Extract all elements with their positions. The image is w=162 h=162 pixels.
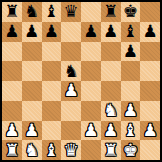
square-e6[interactable] (81, 42, 101, 62)
square-h6[interactable] (140, 42, 160, 62)
square-d8[interactable]: ♛ (61, 2, 81, 22)
square-g3[interactable]: ♟ (121, 101, 141, 121)
square-e1[interactable] (81, 140, 101, 160)
square-g4[interactable] (121, 81, 141, 101)
square-c3[interactable] (42, 101, 62, 121)
piece-white-pawn[interactable]: ♟ (64, 82, 79, 99)
square-d7[interactable] (61, 22, 81, 42)
piece-white-king[interactable]: ♚ (123, 141, 138, 158)
square-a2[interactable]: ♟ (2, 121, 22, 141)
square-a7[interactable]: ♟ (2, 22, 22, 42)
piece-white-queen[interactable]: ♛ (64, 141, 79, 158)
square-a4[interactable] (2, 81, 22, 101)
square-f1[interactable]: ♜ (101, 140, 121, 160)
square-b6[interactable] (22, 42, 42, 62)
piece-black-rook[interactable]: ♜ (103, 3, 118, 20)
square-g5[interactable] (121, 61, 141, 81)
piece-black-pawn[interactable]: ♟ (44, 23, 59, 40)
square-b8[interactable]: ♞ (22, 2, 42, 22)
square-d5[interactable]: ♞ (61, 61, 81, 81)
chess-board: ♜♞♝♛♜♚♟♟♟♟♟♝♟♟♞♟♞♟♟♟♟♟♝♟♜♞♝♛♜♚ (0, 0, 162, 162)
square-h2[interactable]: ♟ (140, 121, 160, 141)
piece-black-pawn[interactable]: ♟ (123, 42, 138, 59)
square-h4[interactable] (140, 81, 160, 101)
piece-black-pawn[interactable]: ♟ (4, 23, 19, 40)
square-a8[interactable]: ♜ (2, 2, 22, 22)
piece-white-rook[interactable]: ♜ (103, 141, 118, 158)
square-c5[interactable] (42, 61, 62, 81)
piece-black-pawn[interactable]: ♟ (143, 23, 158, 40)
square-b3[interactable] (22, 101, 42, 121)
square-e7[interactable]: ♟ (81, 22, 101, 42)
square-g8[interactable]: ♚ (121, 2, 141, 22)
piece-black-pawn[interactable]: ♟ (103, 23, 118, 40)
piece-white-pawn[interactable]: ♟ (24, 121, 39, 138)
square-b7[interactable]: ♟ (22, 22, 42, 42)
square-e4[interactable] (81, 81, 101, 101)
square-f5[interactable] (101, 61, 121, 81)
square-c1[interactable]: ♝ (42, 140, 62, 160)
square-g6[interactable]: ♟ (121, 42, 141, 62)
square-h1[interactable] (140, 140, 160, 160)
square-g1[interactable]: ♚ (121, 140, 141, 160)
piece-white-knight[interactable]: ♞ (103, 102, 118, 119)
square-e2[interactable]: ♟ (81, 121, 101, 141)
square-a6[interactable] (2, 42, 22, 62)
square-d3[interactable] (61, 101, 81, 121)
square-f6[interactable] (101, 42, 121, 62)
piece-black-rook[interactable]: ♜ (4, 3, 19, 20)
piece-black-king[interactable]: ♚ (123, 3, 138, 20)
square-g2[interactable]: ♝ (121, 121, 141, 141)
piece-black-queen[interactable]: ♛ (64, 3, 79, 20)
piece-white-pawn[interactable]: ♟ (83, 121, 98, 138)
square-f3[interactable]: ♞ (101, 101, 121, 121)
piece-black-pawn[interactable]: ♟ (83, 23, 98, 40)
square-d4[interactable]: ♟ (61, 81, 81, 101)
square-c4[interactable] (42, 81, 62, 101)
square-c2[interactable] (42, 121, 62, 141)
square-f7[interactable]: ♟ (101, 22, 121, 42)
square-b1[interactable]: ♞ (22, 140, 42, 160)
square-a3[interactable] (2, 101, 22, 121)
piece-white-knight[interactable]: ♞ (24, 141, 39, 158)
piece-white-pawn[interactable]: ♟ (123, 102, 138, 119)
square-e5[interactable] (81, 61, 101, 81)
square-b4[interactable] (22, 81, 42, 101)
square-d2[interactable] (61, 121, 81, 141)
square-h8[interactable] (140, 2, 160, 22)
piece-black-bishop[interactable]: ♝ (44, 3, 59, 20)
piece-white-pawn[interactable]: ♟ (103, 121, 118, 138)
square-f4[interactable] (101, 81, 121, 101)
square-e3[interactable] (81, 101, 101, 121)
piece-black-pawn[interactable]: ♟ (24, 23, 39, 40)
piece-black-knight[interactable]: ♞ (64, 62, 79, 79)
piece-white-bishop[interactable]: ♝ (123, 121, 138, 138)
square-d1[interactable]: ♛ (61, 140, 81, 160)
piece-white-pawn[interactable]: ♟ (143, 121, 158, 138)
square-h7[interactable]: ♟ (140, 22, 160, 42)
square-a5[interactable] (2, 61, 22, 81)
square-c8[interactable]: ♝ (42, 2, 62, 22)
square-e8[interactable] (81, 2, 101, 22)
piece-black-knight[interactable]: ♞ (24, 3, 39, 20)
square-f8[interactable]: ♜ (101, 2, 121, 22)
square-h3[interactable] (140, 101, 160, 121)
square-h5[interactable] (140, 61, 160, 81)
square-c7[interactable]: ♟ (42, 22, 62, 42)
square-b2[interactable]: ♟ (22, 121, 42, 141)
square-a1[interactable]: ♜ (2, 140, 22, 160)
piece-white-pawn[interactable]: ♟ (4, 121, 19, 138)
piece-white-bishop[interactable]: ♝ (44, 141, 59, 158)
square-d6[interactable] (61, 42, 81, 62)
square-g7[interactable]: ♝ (121, 22, 141, 42)
piece-black-bishop[interactable]: ♝ (123, 23, 138, 40)
square-b5[interactable] (22, 61, 42, 81)
square-c6[interactable] (42, 42, 62, 62)
piece-white-rook[interactable]: ♜ (4, 141, 19, 158)
square-f2[interactable]: ♟ (101, 121, 121, 141)
